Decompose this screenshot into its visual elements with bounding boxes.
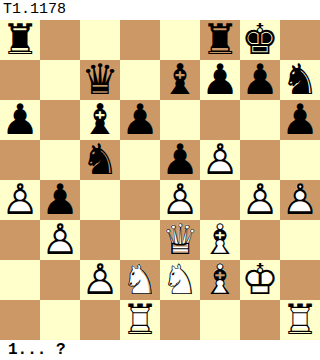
piece-black-pawn: ♟ <box>0 100 40 140</box>
square-c7[interactable]: ♛ <box>80 60 120 100</box>
square-h2[interactable] <box>280 260 320 300</box>
piece-black-bishop: ♝ <box>160 60 200 100</box>
square-d3[interactable] <box>120 220 160 260</box>
piece-black-pawn: ♟ <box>280 100 320 140</box>
piece-black-pawn: ♟ <box>160 140 200 180</box>
square-e2[interactable]: ♞♘ <box>160 260 200 300</box>
square-d4[interactable] <box>120 180 160 220</box>
square-g7[interactable]: ♟ <box>240 60 280 100</box>
square-b8[interactable] <box>40 20 80 60</box>
square-c5[interactable]: ♞ <box>80 140 120 180</box>
square-f3[interactable]: ♝♗ <box>200 220 240 260</box>
square-a6[interactable]: ♟ <box>0 100 40 140</box>
square-b5[interactable] <box>40 140 80 180</box>
square-a2[interactable] <box>0 260 40 300</box>
square-g8[interactable]: ♚ <box>240 20 280 60</box>
piece-black-rook: ♜ <box>0 20 40 60</box>
square-b7[interactable] <box>40 60 80 100</box>
piece-black-pawn: ♟ <box>200 60 240 100</box>
piece-white-pawn: ♟♙ <box>160 180 200 220</box>
chess-board: ♜♜♚♛♝♟♟♞♟♝♟♟♞♟♟♙♟♙♟♟♙♟♙♟♙♟♙♛♕♝♗♟♙♞♘♞♘♝♗♚… <box>0 20 320 340</box>
square-e1[interactable] <box>160 300 200 340</box>
square-b4[interactable]: ♟ <box>40 180 80 220</box>
chess-puzzle-page: T1.1178 ♜♜♚♛♝♟♟♞♟♝♟♟♞♟♟♙♟♙♟♟♙♟♙♟♙♟♙♛♕♝♗♟… <box>0 0 320 360</box>
square-b1[interactable] <box>40 300 80 340</box>
piece-white-knight: ♞♘ <box>120 260 160 300</box>
square-f7[interactable]: ♟ <box>200 60 240 100</box>
square-e3[interactable]: ♛♕ <box>160 220 200 260</box>
piece-black-king: ♚ <box>240 20 280 60</box>
square-b2[interactable] <box>40 260 80 300</box>
square-h1[interactable]: ♜♖ <box>280 300 320 340</box>
piece-black-rook: ♜ <box>200 20 240 60</box>
square-a8[interactable]: ♜ <box>0 20 40 60</box>
piece-black-bishop: ♝ <box>80 100 120 140</box>
square-h7[interactable]: ♞ <box>280 60 320 100</box>
square-d1[interactable]: ♜♖ <box>120 300 160 340</box>
piece-white-pawn: ♟♙ <box>240 180 280 220</box>
square-a7[interactable] <box>0 60 40 100</box>
square-h5[interactable] <box>280 140 320 180</box>
piece-black-queen: ♛ <box>80 60 120 100</box>
piece-white-pawn: ♟♙ <box>0 180 40 220</box>
square-g2[interactable]: ♚♔ <box>240 260 280 300</box>
piece-black-pawn: ♟ <box>120 100 160 140</box>
square-e8[interactable] <box>160 20 200 60</box>
piece-white-queen: ♛♕ <box>160 220 200 260</box>
square-f6[interactable] <box>200 100 240 140</box>
square-d8[interactable] <box>120 20 160 60</box>
square-d2[interactable]: ♞♘ <box>120 260 160 300</box>
piece-white-rook: ♜♖ <box>120 300 160 340</box>
square-c2[interactable]: ♟♙ <box>80 260 120 300</box>
square-f8[interactable]: ♜ <box>200 20 240 60</box>
piece-white-king: ♚♔ <box>240 260 280 300</box>
square-f2[interactable]: ♝♗ <box>200 260 240 300</box>
piece-white-bishop: ♝♗ <box>200 260 240 300</box>
square-e5[interactable]: ♟ <box>160 140 200 180</box>
square-g1[interactable] <box>240 300 280 340</box>
piece-white-knight: ♞♘ <box>160 260 200 300</box>
square-f5[interactable]: ♟♙ <box>200 140 240 180</box>
piece-white-pawn: ♟♙ <box>200 140 240 180</box>
piece-white-pawn: ♟♙ <box>40 220 80 260</box>
piece-white-rook: ♜♖ <box>280 300 320 340</box>
square-a3[interactable] <box>0 220 40 260</box>
piece-white-bishop: ♝♗ <box>200 220 240 260</box>
square-h6[interactable]: ♟ <box>280 100 320 140</box>
piece-black-pawn: ♟ <box>240 60 280 100</box>
piece-black-pawn: ♟ <box>40 180 80 220</box>
square-h8[interactable] <box>280 20 320 60</box>
square-g6[interactable] <box>240 100 280 140</box>
square-c4[interactable] <box>80 180 120 220</box>
square-d6[interactable]: ♟ <box>120 100 160 140</box>
square-a4[interactable]: ♟♙ <box>0 180 40 220</box>
square-g4[interactable]: ♟♙ <box>240 180 280 220</box>
square-g5[interactable] <box>240 140 280 180</box>
square-b3[interactable]: ♟♙ <box>40 220 80 260</box>
square-a1[interactable] <box>0 300 40 340</box>
square-f1[interactable] <box>200 300 240 340</box>
square-e4[interactable]: ♟♙ <box>160 180 200 220</box>
piece-white-pawn: ♟♙ <box>80 260 120 300</box>
square-c8[interactable] <box>80 20 120 60</box>
square-b6[interactable] <box>40 100 80 140</box>
square-e7[interactable]: ♝ <box>160 60 200 100</box>
piece-white-pawn: ♟♙ <box>280 180 320 220</box>
move-prompt: 1... ? <box>0 340 320 360</box>
square-d5[interactable] <box>120 140 160 180</box>
square-g3[interactable] <box>240 220 280 260</box>
square-d7[interactable] <box>120 60 160 100</box>
square-a5[interactable] <box>0 140 40 180</box>
square-f4[interactable] <box>200 180 240 220</box>
square-c1[interactable] <box>80 300 120 340</box>
square-c6[interactable]: ♝ <box>80 100 120 140</box>
square-e6[interactable] <box>160 100 200 140</box>
piece-black-knight: ♞ <box>280 60 320 100</box>
square-h4[interactable]: ♟♙ <box>280 180 320 220</box>
square-h3[interactable] <box>280 220 320 260</box>
square-c3[interactable] <box>80 220 120 260</box>
piece-black-knight: ♞ <box>80 140 120 180</box>
